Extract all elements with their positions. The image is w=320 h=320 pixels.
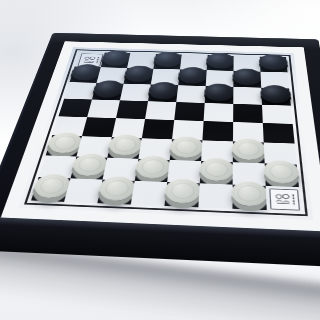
- black-man-f8[interactable]: ⛂: [205, 53, 234, 69]
- square-d4[interactable]: [142, 119, 174, 139]
- white-man-f2[interactable]: ⛀: [198, 157, 234, 181]
- black-man-f6[interactable]: ⛂: [203, 83, 234, 101]
- black-man-d6[interactable]: ⛂: [147, 82, 180, 100]
- black-man-h6[interactable]: ⛂: [260, 85, 292, 104]
- square-c6[interactable]: [120, 84, 151, 102]
- square-e6[interactable]: [176, 85, 205, 103]
- square-d8[interactable]: ⛂: [153, 54, 181, 70]
- product-photo-scene: ⛂⛂⛂⛂⛂⛂⛂⛂⛂⛂⛂⛂⛀⛀⛀⛀⛀⛀⛀⛀⛀⛀⛀⛀: [0, 0, 320, 320]
- square-b2[interactable]: ⛀: [70, 157, 107, 180]
- square-g1[interactable]: ⛀: [232, 185, 266, 211]
- square-f5[interactable]: [204, 103, 234, 122]
- square-f6[interactable]: ⛂: [205, 86, 234, 104]
- square-e1[interactable]: ⛀: [164, 182, 199, 207]
- board-grid: ⛂⛂⛂⛂⛂⛂⛂⛂⛂⛂⛂⛂⛀⛀⛀⛀⛀⛀⛀⛀⛀⛀⛀⛀: [24, 49, 308, 216]
- black-man-e7[interactable]: ⛂: [177, 67, 208, 84]
- black-man-h8[interactable]: ⛂: [258, 54, 288, 70]
- square-h2[interactable]: ⛀: [265, 163, 299, 187]
- board-frame: ⛂⛂⛂⛂⛂⛂⛂⛂⛂⛂⛂⛂⛀⛀⛀⛀⛀⛀⛀⛀⛀⛀⛀⛀: [0, 33, 320, 268]
- square-h4[interactable]: [263, 123, 295, 144]
- square-b1[interactable]: [64, 178, 102, 203]
- square-g5[interactable]: [233, 104, 263, 123]
- square-h5[interactable]: [262, 105, 293, 124]
- black-man-c7[interactable]: ⛂: [123, 65, 155, 82]
- board-mat: ⛂⛂⛂⛂⛂⛂⛂⛂⛂⛂⛂⛂⛀⛀⛀⛀⛀⛀⛀⛀⛀⛀⛀⛀: [1, 41, 320, 231]
- maker-stamp-h1: [269, 188, 301, 210]
- square-h6[interactable]: ⛂: [261, 88, 291, 106]
- square-b5[interactable]: [87, 99, 120, 118]
- square-c7[interactable]: ⛂: [124, 68, 154, 84]
- square-c1[interactable]: ⛀: [97, 180, 134, 205]
- square-e3[interactable]: ⛀: [170, 139, 203, 161]
- square-f2[interactable]: ⛀: [200, 161, 233, 185]
- square-b4[interactable]: [82, 117, 116, 137]
- black-man-d8[interactable]: ⛂: [153, 51, 184, 67]
- square-e7[interactable]: ⛂: [178, 69, 206, 86]
- black-man-g7[interactable]: ⛂: [232, 68, 262, 85]
- square-g3[interactable]: ⛀: [233, 141, 265, 163]
- square-c3[interactable]: ⛀: [107, 137, 142, 159]
- square-b6[interactable]: ⛂: [92, 83, 124, 100]
- square-g6[interactable]: [233, 87, 262, 105]
- square-b8[interactable]: ⛂: [101, 53, 131, 68]
- square-d6[interactable]: ⛂: [148, 84, 178, 102]
- square-h1[interactable]: [266, 186, 302, 212]
- square-f4[interactable]: [202, 121, 233, 141]
- square-d2[interactable]: ⛀: [135, 159, 170, 182]
- white-man-e1[interactable]: ⛀: [163, 178, 202, 204]
- square-d1[interactable]: [131, 181, 167, 206]
- white-man-d2[interactable]: ⛀: [134, 155, 172, 179]
- square-h8[interactable]: ⛂: [260, 57, 288, 73]
- square-e5[interactable]: [174, 102, 204, 121]
- square-f1[interactable]: [198, 183, 232, 208]
- white-man-e3[interactable]: ⛀: [168, 136, 204, 158]
- square-d5[interactable]: [145, 101, 176, 120]
- square-c5[interactable]: [116, 100, 148, 119]
- square-f8[interactable]: ⛂: [207, 55, 234, 71]
- square-g7[interactable]: ⛂: [233, 71, 261, 88]
